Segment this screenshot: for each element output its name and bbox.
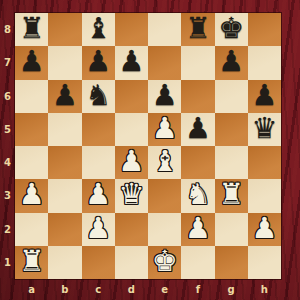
square-h5[interactable]: ♛ (248, 113, 281, 146)
rank-label-7: 7 (0, 46, 15, 79)
file-label-c: c (82, 279, 115, 300)
square-c3[interactable]: ♟ (82, 179, 115, 212)
square-g1[interactable] (215, 246, 248, 279)
piece-wR-a1[interactable]: ♜ (19, 247, 45, 276)
rank-label-4: 4 (0, 146, 15, 179)
piece-wP-a3[interactable]: ♟ (19, 180, 45, 209)
rank-label-5: 5 (0, 113, 15, 146)
piece-bP-g7[interactable]: ♟ (218, 47, 244, 76)
square-b6[interactable]: ♟ (48, 80, 81, 113)
file-label-h: h (248, 279, 281, 300)
square-h6[interactable]: ♟ (248, 80, 281, 113)
square-g5[interactable] (215, 113, 248, 146)
piece-bP-b6[interactable]: ♟ (52, 81, 78, 110)
piece-wP-c2[interactable]: ♟ (85, 214, 111, 243)
rank-label-3: 3 (0, 179, 15, 212)
square-d4[interactable]: ♟ (115, 146, 148, 179)
file-label-d: d (115, 279, 148, 300)
piece-bP-h6[interactable]: ♟ (251, 81, 277, 110)
square-d7[interactable]: ♟ (115, 46, 148, 79)
square-b1[interactable] (48, 246, 81, 279)
piece-bP-a7[interactable]: ♟ (19, 47, 45, 76)
piece-wQ-d3[interactable]: ♛ (118, 180, 144, 209)
square-g2[interactable] (215, 213, 248, 246)
file-label-e: e (148, 279, 181, 300)
square-f1[interactable] (181, 246, 214, 279)
square-e6[interactable]: ♟ (148, 80, 181, 113)
square-e4[interactable]: ♝ (148, 146, 181, 179)
piece-bP-f5[interactable]: ♟ (185, 114, 211, 143)
square-f6[interactable] (181, 80, 214, 113)
square-b2[interactable] (48, 213, 81, 246)
piece-wP-d4[interactable]: ♟ (118, 147, 144, 176)
square-a6[interactable] (15, 80, 48, 113)
square-e7[interactable] (148, 46, 181, 79)
square-g3[interactable]: ♜ (215, 179, 248, 212)
square-c6[interactable]: ♞ (82, 80, 115, 113)
chessboard-frame: 87654321 ♜♝♜♚♟♟♟♟♟♞♟♟♟♟♛♟♝♟♟♛♞♜♟♟♟♜♚ abc… (0, 0, 300, 300)
square-a1[interactable]: ♜ (15, 246, 48, 279)
piece-bQ-h5[interactable]: ♛ (251, 114, 277, 143)
square-b5[interactable] (48, 113, 81, 146)
square-h3[interactable] (248, 179, 281, 212)
square-c8[interactable]: ♝ (82, 13, 115, 46)
square-d8[interactable] (115, 13, 148, 46)
square-b7[interactable] (48, 46, 81, 79)
piece-bB-c8[interactable]: ♝ (85, 14, 111, 43)
square-b3[interactable] (48, 179, 81, 212)
square-d5[interactable] (115, 113, 148, 146)
square-d2[interactable] (115, 213, 148, 246)
square-g7[interactable]: ♟ (215, 46, 248, 79)
square-e2[interactable] (148, 213, 181, 246)
square-e3[interactable] (148, 179, 181, 212)
piece-wP-c3[interactable]: ♟ (85, 180, 111, 209)
square-c5[interactable] (82, 113, 115, 146)
square-b4[interactable] (48, 146, 81, 179)
rank-label-1: 1 (0, 246, 15, 279)
square-c2[interactable]: ♟ (82, 213, 115, 246)
piece-wP-e5[interactable]: ♟ (152, 114, 178, 143)
piece-bP-e6[interactable]: ♟ (152, 81, 178, 110)
square-e5[interactable]: ♟ (148, 113, 181, 146)
rank-label-2: 2 (0, 213, 15, 246)
square-h1[interactable] (248, 246, 281, 279)
chessboard[interactable]: ♜♝♜♚♟♟♟♟♟♞♟♟♟♟♛♟♝♟♟♛♞♜♟♟♟♜♚ (15, 13, 281, 279)
rank-label-6: 6 (0, 80, 15, 113)
piece-bP-d7[interactable]: ♟ (118, 47, 144, 76)
square-a2[interactable] (15, 213, 48, 246)
square-g4[interactable] (215, 146, 248, 179)
square-g6[interactable] (215, 80, 248, 113)
piece-bP-c7[interactable]: ♟ (85, 47, 111, 76)
square-d1[interactable] (115, 246, 148, 279)
square-a7[interactable]: ♟ (15, 46, 48, 79)
square-h4[interactable] (248, 146, 281, 179)
square-a5[interactable] (15, 113, 48, 146)
square-d3[interactable]: ♛ (115, 179, 148, 212)
piece-bK-g8[interactable]: ♚ (218, 14, 244, 43)
rank-labels: 87654321 (0, 13, 15, 279)
square-a8[interactable]: ♜ (15, 13, 48, 46)
file-label-g: g (215, 279, 248, 300)
piece-wN-f3[interactable]: ♞ (185, 180, 211, 209)
square-h8[interactable] (248, 13, 281, 46)
piece-wP-h2[interactable]: ♟ (251, 214, 277, 243)
square-f3[interactable]: ♞ (181, 179, 214, 212)
file-label-f: f (181, 279, 214, 300)
square-f2[interactable]: ♟ (181, 213, 214, 246)
file-label-a: a (15, 279, 48, 300)
square-h7[interactable] (248, 46, 281, 79)
piece-wB-e4[interactable]: ♝ (152, 147, 178, 176)
square-d6[interactable] (115, 80, 148, 113)
square-c4[interactable] (82, 146, 115, 179)
piece-bR-a8[interactable]: ♜ (19, 14, 45, 43)
square-c1[interactable] (82, 246, 115, 279)
square-g8[interactable]: ♚ (215, 13, 248, 46)
piece-bN-c6[interactable]: ♞ (85, 81, 111, 110)
piece-wP-f2[interactable]: ♟ (185, 214, 211, 243)
rank-label-8: 8 (0, 13, 15, 46)
square-b8[interactable] (48, 13, 81, 46)
square-a3[interactable]: ♟ (15, 179, 48, 212)
square-a4[interactable] (15, 146, 48, 179)
square-f5[interactable]: ♟ (181, 113, 214, 146)
square-e1[interactable]: ♚ (148, 246, 181, 279)
file-labels: abcdefgh (15, 279, 281, 300)
square-f7[interactable] (181, 46, 214, 79)
piece-bR-f8[interactable]: ♜ (185, 14, 211, 43)
square-h2[interactable]: ♟ (248, 213, 281, 246)
square-e8[interactable] (148, 13, 181, 46)
square-f4[interactable] (181, 146, 214, 179)
square-c7[interactable]: ♟ (82, 46, 115, 79)
piece-wK-e1[interactable]: ♚ (152, 247, 178, 276)
file-label-b: b (48, 279, 81, 300)
piece-wR-g3[interactable]: ♜ (218, 180, 244, 209)
square-f8[interactable]: ♜ (181, 13, 214, 46)
